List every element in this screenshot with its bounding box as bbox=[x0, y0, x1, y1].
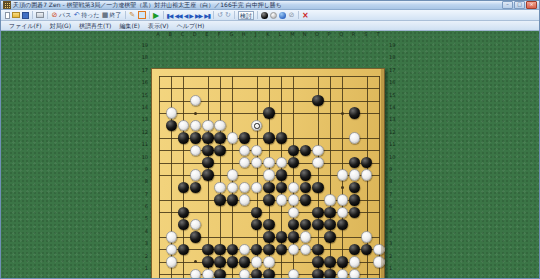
row-label: 1 bbox=[389, 265, 399, 271]
white-stone-L9 bbox=[276, 194, 287, 205]
row-label: 2 bbox=[138, 253, 148, 259]
black-stone-E5 bbox=[202, 244, 213, 255]
open-folder-icon bbox=[12, 12, 20, 18]
black-stone-Q4 bbox=[337, 256, 348, 267]
end-button[interactable]: ■終了 bbox=[101, 10, 123, 20]
black-stone-E13 bbox=[202, 145, 213, 156]
white-stone-D3 bbox=[190, 269, 201, 279]
white-stone-T5 bbox=[373, 244, 384, 255]
black-stone-O17 bbox=[312, 95, 323, 106]
row-label: 6 bbox=[138, 203, 148, 209]
black-stone-button[interactable] bbox=[260, 10, 269, 20]
black-stone-O8 bbox=[312, 207, 323, 218]
black-stone-K6 bbox=[263, 231, 274, 242]
rotate-left-icon: ↺ bbox=[217, 12, 223, 19]
rotate-left-button[interactable]: ↺ bbox=[216, 10, 224, 20]
pencil-icon: ✎ bbox=[129, 12, 136, 19]
save-button[interactable] bbox=[21, 10, 30, 20]
column-label: Q bbox=[336, 31, 346, 37]
column-label: P bbox=[324, 31, 334, 37]
black-stone-F4 bbox=[214, 256, 225, 267]
toolbar-separator bbox=[234, 11, 235, 19]
column-label: N bbox=[300, 31, 310, 37]
black-stone-P4 bbox=[324, 256, 335, 267]
rotate-right-icon: ↻ bbox=[225, 12, 231, 19]
window-title: 天頂の囲碁7 Zen - 棋聖戦第3局／一力遼棋聖（黒）対井山裕太王座（白）／1… bbox=[13, 1, 500, 9]
black-stone-H14 bbox=[239, 132, 250, 143]
column-label: T bbox=[373, 31, 383, 37]
blue-stone-button[interactable] bbox=[278, 10, 287, 20]
black-stone-H4 bbox=[239, 256, 250, 267]
row-label: 2 bbox=[389, 253, 399, 259]
column-label: F bbox=[214, 31, 224, 37]
toolbar-separator bbox=[32, 11, 33, 19]
column-label: D bbox=[190, 31, 200, 37]
black-stone-E11 bbox=[202, 169, 213, 180]
black-stone-R16 bbox=[349, 107, 360, 118]
blue-stone-icon bbox=[279, 12, 286, 19]
row-label: 19 bbox=[138, 42, 148, 48]
row-label: 1 bbox=[138, 265, 148, 271]
black-stone-M6 bbox=[288, 231, 299, 242]
row-label: 7 bbox=[138, 191, 148, 197]
row-label: 18 bbox=[138, 54, 148, 60]
play-icon: ▶ bbox=[153, 12, 160, 19]
black-stone-K7 bbox=[263, 219, 274, 230]
black-stone-O4 bbox=[312, 256, 323, 267]
first-move-button[interactable]: ▮◀ bbox=[166, 10, 174, 20]
black-stone-R8 bbox=[349, 207, 360, 218]
black-stone-G9 bbox=[227, 194, 238, 205]
row-label: 6 bbox=[389, 203, 399, 209]
white-stone-M3 bbox=[288, 269, 299, 279]
white-stone-R4 bbox=[349, 256, 360, 267]
row-label: 4 bbox=[138, 228, 148, 234]
pass-icon: ⊘ bbox=[51, 12, 58, 19]
column-label: M bbox=[287, 31, 297, 37]
white-stone-button[interactable] bbox=[269, 10, 278, 20]
column-label: C bbox=[177, 31, 187, 37]
black-stone-O10 bbox=[312, 182, 323, 193]
white-stone-Q3 bbox=[337, 269, 348, 279]
white-stone-H3 bbox=[239, 269, 250, 279]
black-stone-L6 bbox=[276, 231, 287, 242]
black-stone-P6 bbox=[324, 231, 335, 242]
maximize-button[interactable]: □ bbox=[514, 1, 525, 9]
black-stone-G5 bbox=[227, 244, 238, 255]
window-controls: – □ × bbox=[502, 1, 537, 9]
black-stone-F14 bbox=[214, 132, 225, 143]
menu-bar: ファイル(F)対局(G)棋譜再生(T)編集(E)表示(V)ヘルプ(H) bbox=[1, 21, 539, 31]
white-stone-M8 bbox=[288, 207, 299, 218]
white-stone-Q9 bbox=[337, 194, 348, 205]
toolbar-separator bbox=[47, 11, 48, 19]
white-stone-B6 bbox=[166, 231, 177, 242]
black-stone-F5 bbox=[214, 244, 225, 255]
row-label: 15 bbox=[138, 92, 148, 98]
black-stone-K3 bbox=[263, 269, 274, 279]
column-label: E bbox=[202, 31, 212, 37]
black-stone-L14 bbox=[276, 132, 287, 143]
black-stone-O3 bbox=[312, 269, 323, 279]
black-stone-L5 bbox=[276, 244, 287, 255]
black-stone-R9 bbox=[349, 194, 360, 205]
row-label: 16 bbox=[138, 79, 148, 85]
go-board[interactable] bbox=[151, 68, 385, 279]
row-label: 12 bbox=[389, 129, 399, 135]
undo-label: 待った bbox=[81, 10, 99, 20]
white-stone-F15 bbox=[214, 120, 225, 131]
end-label: 終了 bbox=[110, 10, 122, 20]
print-button[interactable] bbox=[35, 10, 45, 20]
menu-item-view[interactable]: 表示(V) bbox=[144, 21, 173, 30]
row-label: 17 bbox=[389, 67, 399, 73]
analyze-icon: 検討 bbox=[238, 11, 254, 20]
toolbar-separator bbox=[213, 11, 214, 19]
board-area: ABCDEFGHJKLMNOPQRST191918181717161615151… bbox=[1, 31, 540, 279]
play-button[interactable]: ▶ bbox=[152, 10, 161, 20]
white-stone-G14 bbox=[227, 132, 238, 143]
new-file-icon bbox=[5, 12, 10, 19]
undo-button[interactable]: ↶待った bbox=[72, 10, 100, 20]
row-label: 16 bbox=[389, 79, 399, 85]
pass-label: パス bbox=[59, 10, 71, 20]
row-label: 17 bbox=[138, 67, 148, 73]
white-stone-O12 bbox=[312, 157, 323, 168]
toolbar-separator bbox=[149, 11, 150, 19]
column-label: G bbox=[226, 31, 236, 37]
column-label: S bbox=[361, 31, 371, 37]
menu-item-file[interactable]: ファイル(F) bbox=[5, 21, 46, 30]
white-stone-E3 bbox=[202, 269, 213, 279]
white-stone-O13 bbox=[312, 145, 323, 156]
white-stone-P9 bbox=[324, 194, 335, 205]
no-stone-icon: ⊘ bbox=[288, 12, 295, 19]
row-label: 18 bbox=[389, 54, 399, 60]
column-label: O bbox=[312, 31, 322, 37]
row-label: 7 bbox=[389, 191, 399, 197]
delete-icon: × bbox=[302, 12, 309, 19]
white-stone-K11 bbox=[263, 169, 274, 180]
white-stone-G11 bbox=[227, 169, 238, 180]
black-stone-K14 bbox=[263, 132, 274, 143]
white-stone-icon bbox=[270, 12, 277, 19]
white-stone-B16 bbox=[166, 107, 177, 118]
hoshi-point bbox=[341, 186, 344, 189]
no-stone-button[interactable]: ⊘ bbox=[287, 10, 296, 20]
row-label: 3 bbox=[138, 240, 148, 246]
row-label: 13 bbox=[138, 116, 148, 122]
row-label: 14 bbox=[138, 104, 148, 110]
black-stone-G4 bbox=[227, 256, 238, 267]
white-stone-G10 bbox=[227, 182, 238, 193]
back-icon: ◀ bbox=[184, 12, 188, 19]
white-stone-Q11 bbox=[337, 169, 348, 180]
black-stone-icon bbox=[261, 12, 268, 19]
row-label: 13 bbox=[389, 116, 399, 122]
column-label: A bbox=[153, 31, 163, 37]
black-stone-P8 bbox=[324, 207, 335, 218]
minimize-button[interactable]: – bbox=[502, 1, 513, 9]
black-stone-E12 bbox=[202, 157, 213, 168]
close-button[interactable]: × bbox=[526, 1, 537, 9]
black-stone-N11 bbox=[300, 169, 311, 180]
column-label: J bbox=[251, 31, 261, 37]
black-stone-O5 bbox=[312, 244, 323, 255]
black-stone-E14 bbox=[202, 132, 213, 143]
column-label: B bbox=[165, 31, 175, 37]
black-stone-E4 bbox=[202, 256, 213, 267]
white-stone-Q8 bbox=[337, 207, 348, 218]
delete-button[interactable]: × bbox=[301, 10, 310, 20]
row-label: 5 bbox=[389, 215, 399, 221]
toolbar-separator bbox=[298, 11, 299, 19]
black-stone-C14 bbox=[178, 132, 189, 143]
white-stone-D11 bbox=[190, 169, 201, 180]
toolbar-separator bbox=[125, 11, 126, 19]
black-stone-D6 bbox=[190, 231, 201, 242]
row-label: 19 bbox=[389, 42, 399, 48]
pencil-button[interactable]: ✎ bbox=[128, 10, 137, 20]
black-stone-K9 bbox=[263, 194, 274, 205]
column-label: L bbox=[275, 31, 285, 37]
black-stone-F3 bbox=[214, 269, 225, 279]
row-label: 15 bbox=[389, 92, 399, 98]
black-stone-L11 bbox=[276, 169, 287, 180]
row-label: 11 bbox=[138, 141, 148, 147]
back-10-button[interactable]: ◀◀ bbox=[173, 10, 182, 20]
toolbar-separator bbox=[257, 11, 258, 19]
print-icon bbox=[36, 12, 44, 18]
row-label: 12 bbox=[138, 129, 148, 135]
white-stone-B5 bbox=[166, 244, 177, 255]
white-stone-R3 bbox=[349, 269, 360, 279]
black-stone-P3 bbox=[324, 269, 335, 279]
black-stone-K5 bbox=[263, 244, 274, 255]
hoshi-point bbox=[194, 112, 197, 115]
menu-item-edit[interactable]: 編集(E) bbox=[115, 21, 143, 30]
black-stone-O7 bbox=[312, 219, 323, 230]
menu-item-replay[interactable]: 棋譜再生(T) bbox=[75, 21, 115, 30]
last-move-icon: ▶▮ bbox=[204, 12, 210, 19]
forward-10-button[interactable]: ▶▶ bbox=[194, 10, 203, 20]
white-stone-F10 bbox=[214, 182, 225, 193]
row-label: 8 bbox=[138, 178, 148, 184]
open-folder-button[interactable] bbox=[11, 10, 21, 20]
back-10-icon: ◀◀ bbox=[174, 12, 181, 19]
white-stone-M9 bbox=[288, 194, 299, 205]
row-label: 10 bbox=[138, 154, 148, 160]
row-label: 14 bbox=[389, 104, 399, 110]
toolbar: ⊘パス↶待った■終了✎▶▮◀◀◀◀▶▶▶▶▮↺↻検討⊘× bbox=[1, 10, 539, 21]
black-stone-P7 bbox=[324, 219, 335, 230]
black-stone-M13 bbox=[288, 145, 299, 156]
black-stone-B15 bbox=[166, 120, 177, 131]
row-label: 5 bbox=[138, 215, 148, 221]
column-label: H bbox=[239, 31, 249, 37]
white-stone-K12 bbox=[263, 157, 274, 168]
pass-button[interactable]: ⊘パス bbox=[50, 10, 72, 20]
row-label: 9 bbox=[389, 166, 399, 172]
white-stone-R11 bbox=[349, 169, 360, 180]
menu-item-game[interactable]: 対局(G) bbox=[46, 21, 75, 30]
marker-button[interactable] bbox=[137, 10, 147, 20]
toolbar-separator bbox=[163, 11, 164, 19]
title-bar[interactable]: 天頂の囲碁7 Zen - 棋聖戦第3局／一力遼棋聖（黒）対井山裕太王座（白）／1… bbox=[1, 1, 539, 10]
forward-10-icon: ▶▶ bbox=[195, 12, 202, 19]
row-label: 10 bbox=[389, 154, 399, 160]
first-move-icon: ▮◀ bbox=[167, 12, 173, 19]
white-stone-E15 bbox=[202, 120, 213, 131]
column-label: K bbox=[263, 31, 273, 37]
row-label: 4 bbox=[389, 228, 399, 234]
white-stone-B4 bbox=[166, 256, 177, 267]
black-stone-F9 bbox=[214, 194, 225, 205]
end-icon: ■ bbox=[102, 12, 109, 19]
last-move-button[interactable]: ▶▮ bbox=[203, 10, 211, 20]
black-stone-F13 bbox=[214, 145, 225, 156]
row-label: 8 bbox=[389, 178, 399, 184]
menu-item-help[interactable]: ヘルプ(H) bbox=[173, 21, 209, 30]
forward-icon: ▶ bbox=[189, 12, 193, 19]
white-stone-H9 bbox=[239, 194, 250, 205]
black-stone-K10 bbox=[263, 182, 274, 193]
analyze-button[interactable]: 検討 bbox=[237, 10, 255, 20]
black-stone-K16 bbox=[263, 107, 274, 118]
white-stone-K4 bbox=[263, 256, 274, 267]
row-label: 11 bbox=[389, 141, 399, 147]
black-stone-N9 bbox=[300, 194, 311, 205]
undo-icon: ↶ bbox=[73, 12, 80, 19]
marker-icon bbox=[138, 11, 146, 19]
black-stone-D14 bbox=[190, 132, 201, 143]
white-stone-N6 bbox=[300, 231, 311, 242]
black-stone-C8 bbox=[178, 207, 189, 218]
white-stone-R14 bbox=[349, 132, 360, 143]
row-label: 3 bbox=[389, 240, 399, 246]
app-icon bbox=[3, 1, 11, 9]
column-label: R bbox=[349, 31, 359, 37]
black-stone-L10 bbox=[276, 182, 287, 193]
white-stone-T4 bbox=[373, 256, 384, 267]
new-file-button[interactable] bbox=[4, 10, 11, 20]
save-icon bbox=[22, 12, 29, 19]
black-stone-J3 bbox=[251, 269, 262, 279]
row-label: 9 bbox=[138, 166, 148, 172]
rotate-right-button[interactable]: ↻ bbox=[224, 10, 232, 20]
white-stone-J4 bbox=[251, 256, 262, 267]
application-window: 天頂の囲碁7 Zen - 棋聖戦第3局／一力遼棋聖（黒）対井山裕太王座（白）／1… bbox=[0, 0, 540, 279]
hoshi-point bbox=[341, 112, 344, 115]
